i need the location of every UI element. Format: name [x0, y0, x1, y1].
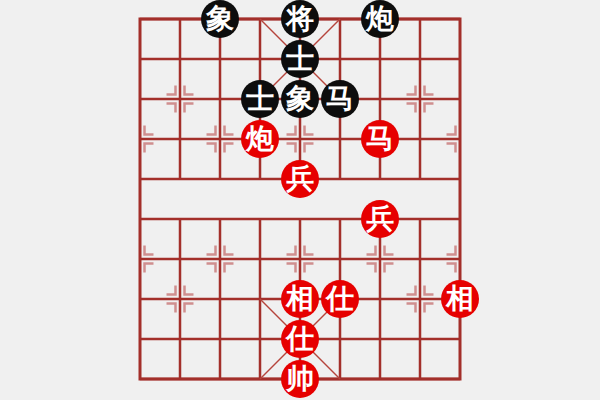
piece-red-pawn[interactable]: 兵 — [281, 160, 319, 198]
piece-black-cannon[interactable]: 炮 — [361, 0, 399, 38]
piece-red-pawn[interactable]: 兵 — [361, 200, 399, 238]
piece-black-elephant[interactable]: 象 — [201, 0, 239, 38]
piece-red-elephant[interactable]: 相 — [441, 280, 479, 318]
piece-black-elephant[interactable]: 象 — [281, 80, 319, 118]
piece-black-advisor[interactable]: 士 — [241, 80, 279, 118]
piece-red-horse[interactable]: 马 — [361, 120, 399, 158]
piece-red-general[interactable]: 帅 — [281, 360, 319, 398]
piece-red-advisor[interactable]: 仕 — [281, 320, 319, 358]
piece-red-advisor[interactable]: 仕 — [321, 280, 359, 318]
piece-black-general[interactable]: 将 — [281, 0, 319, 38]
xiangqi-board-area: 象将炮士士象马炮马兵兵相仕相仕帅 — [0, 0, 600, 400]
piece-red-cannon[interactable]: 炮 — [241, 120, 279, 158]
piece-black-horse[interactable]: 马 — [321, 80, 359, 118]
piece-red-elephant[interactable]: 相 — [281, 280, 319, 318]
pieces-layer: 象将炮士士象马炮马兵兵相仕相仕帅 — [0, 0, 600, 400]
piece-black-advisor[interactable]: 士 — [281, 40, 319, 78]
